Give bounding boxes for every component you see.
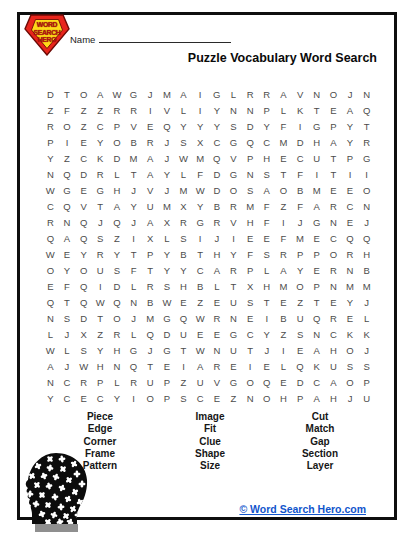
grid-cell-r11-c17: P	[308, 246, 325, 262]
grid-cell-r11-c4: R	[92, 246, 109, 262]
grid-cell-r16-c5: R	[109, 327, 126, 343]
grid-cell-r6-c10: F	[192, 166, 209, 182]
grid-cell-r16-c4: Z	[92, 327, 109, 343]
grid-cell-r3-c20: T	[358, 118, 375, 134]
grid-cell-r3-c2: O	[59, 118, 76, 134]
grid-cell-r8-c6: Y	[125, 198, 142, 214]
grid-cell-r12-c14: L	[258, 263, 275, 279]
grid-cell-r6-c15: T	[275, 166, 292, 182]
grid-cell-r20-c6: I	[125, 391, 142, 407]
grid-cell-r12-c8: Y	[159, 263, 176, 279]
grid-cell-r2-c10: I	[192, 102, 209, 118]
grid-cell-r6-c1: N	[42, 166, 59, 182]
grid-cell-r15-c12: N	[225, 311, 242, 327]
word-search-grid: DTOAWGJMAIGLRRAVNOJNZFZZRRIVLIYNNPLKTEAQ…	[42, 86, 375, 407]
grid-cell-r12-c11: A	[208, 263, 225, 279]
grid-cell-r9-c10: G	[192, 214, 209, 230]
grid-cell-r5-c1: Y	[42, 150, 59, 166]
grid-cell-r8-c16: F	[292, 198, 309, 214]
grid-cell-r14-c19: Y	[342, 295, 359, 311]
grid-cell-r12-c17: E	[308, 263, 325, 279]
logo-text: WORD SEARCH HERO	[26, 21, 68, 44]
grid-cell-r9-c6: J	[125, 214, 142, 230]
grid-cell-r19-c19: O	[342, 375, 359, 391]
grid-cell-r15-c14: I	[258, 311, 275, 327]
grid-cell-r11-c15: R	[275, 246, 292, 262]
grid-cell-r14-c18: E	[325, 295, 342, 311]
grid-cell-r1-c16: V	[292, 86, 309, 102]
word-list-column-2: ImageFitClueShapeSize	[155, 411, 265, 472]
grid-cell-r15-c20: L	[358, 311, 375, 327]
grid-cell-r15-c5: O	[109, 311, 126, 327]
grid-cell-r19-c12: G	[225, 375, 242, 391]
grid-cell-r18-c7: T	[142, 359, 159, 375]
grid-cell-r9-c14: F	[258, 214, 275, 230]
grid-cell-r18-c19: S	[342, 359, 359, 375]
grid-cell-r10-c12: I	[225, 230, 242, 246]
grid-cell-r17-c9: T	[175, 343, 192, 359]
grid-cell-r17-c10: W	[192, 343, 209, 359]
grid-cell-r12-c4: U	[92, 263, 109, 279]
grid-cell-r16-c19: K	[342, 327, 359, 343]
grid-cell-r1-c1: D	[42, 86, 59, 102]
grid-cell-r9-c7: A	[142, 214, 159, 230]
grid-cell-r12-c1: O	[42, 263, 59, 279]
grid-cell-r12-c15: A	[275, 263, 292, 279]
grid-cell-r11-c16: P	[292, 246, 309, 262]
grid-cell-r15-c6: J	[125, 311, 142, 327]
grid-cell-r3-c7: E	[142, 118, 159, 134]
grid-cell-r7-c3: E	[75, 182, 92, 198]
grid-cell-r7-c9: M	[175, 182, 192, 198]
grid-cell-r13-c3: Q	[75, 279, 92, 295]
grid-cell-r8-c20: N	[358, 198, 375, 214]
grid-cell-r16-c9: U	[175, 327, 192, 343]
grid-cell-r7-c8: J	[159, 182, 176, 198]
grid-cell-r6-c7: A	[142, 166, 159, 182]
grid-cell-r13-c13: X	[242, 279, 259, 295]
grid-cell-r3-c13: D	[242, 118, 259, 134]
grid-cell-r3-c14: Y	[258, 118, 275, 134]
grid-cell-r12-c7: T	[142, 263, 159, 279]
grid-cell-r16-c8: D	[159, 327, 176, 343]
grid-cell-r13-c1: E	[42, 279, 59, 295]
grid-cell-r4-c15: M	[275, 134, 292, 150]
grid-cell-r4-c11: C	[208, 134, 225, 150]
grid-cell-r9-c20: J	[358, 214, 375, 230]
grid-cell-r10-c17: E	[308, 230, 325, 246]
grid-cell-r17-c5: H	[109, 343, 126, 359]
grid-cell-r2-c7: I	[142, 102, 159, 118]
grid-cell-r15-c9: Q	[175, 311, 192, 327]
grid-cell-r4-c10: X	[192, 134, 209, 150]
grid-cell-r17-c14: J	[258, 343, 275, 359]
grid-cell-r13-c14: H	[258, 279, 275, 295]
grid-cell-r10-c20: Q	[358, 230, 375, 246]
grid-cell-r11-c19: R	[342, 246, 359, 262]
grid-cell-r10-c7: X	[142, 230, 159, 246]
grid-cell-r19-c3: R	[75, 375, 92, 391]
grid-cell-r14-c6: N	[125, 295, 142, 311]
grid-cell-r11-c1: W	[42, 246, 59, 262]
grid-cell-r10-c3: Q	[75, 230, 92, 246]
grid-cell-r11-c8: Y	[159, 246, 176, 262]
grid-cell-r12-c19: N	[342, 263, 359, 279]
grid-cell-r12-c5: S	[109, 263, 126, 279]
grid-cell-r11-c20: H	[358, 246, 375, 262]
grid-cell-r5-c6: M	[125, 150, 142, 166]
grid-cell-r10-c1: Q	[42, 230, 59, 246]
name-blank-line	[99, 33, 231, 43]
grid-cell-r3-c3: Z	[75, 118, 92, 134]
grid-cell-r5-c18: T	[325, 150, 342, 166]
grid-cell-r9-c16: J	[292, 214, 309, 230]
grid-cell-r20-c7: O	[142, 391, 159, 407]
grid-cell-r11-c11: H	[208, 246, 225, 262]
grid-cell-r7-c16: B	[292, 182, 309, 198]
grid-cell-r7-c1: W	[42, 182, 59, 198]
grid-cell-r7-c6: J	[125, 182, 142, 198]
grid-cell-r19-c10: U	[192, 375, 209, 391]
grid-cell-r5-c15: E	[275, 150, 292, 166]
grid-cell-r12-c13: P	[242, 263, 259, 279]
grid-cell-r6-c16: F	[292, 166, 309, 182]
grid-cell-r14-c10: Z	[192, 295, 209, 311]
grid-cell-r8-c13: M	[242, 198, 259, 214]
grid-cell-r16-c1: L	[42, 327, 59, 343]
grid-cell-r13-c11: L	[208, 279, 225, 295]
grid-cell-r2-c6: R	[125, 102, 142, 118]
grid-cell-r1-c5: W	[109, 86, 126, 102]
grid-cell-r19-c6: R	[125, 375, 142, 391]
grid-cell-r18-c8: E	[159, 359, 176, 375]
grid-cell-r2-c17: T	[308, 102, 325, 118]
grid-cell-r1-c19: J	[342, 86, 359, 102]
word-item: Corner	[45, 436, 155, 448]
credit-link[interactable]: © Word Search Hero.com	[239, 503, 366, 515]
word-item: Match	[265, 423, 375, 435]
grid-cell-r17-c17: A	[308, 343, 325, 359]
grid-cell-r5-c3: C	[75, 150, 92, 166]
grid-cell-r3-c17: G	[308, 118, 325, 134]
word-item: Gap	[265, 436, 375, 448]
grid-cell-r17-c15: I	[275, 343, 292, 359]
grid-cell-r10-c18: C	[325, 230, 342, 246]
grid-cell-r15-c19: E	[342, 311, 359, 327]
grid-cell-r4-c5: O	[109, 134, 126, 150]
grid-cell-r6-c3: D	[75, 166, 92, 182]
grid-cell-r12-c20: B	[358, 263, 375, 279]
grid-cell-r9-c11: R	[208, 214, 225, 230]
grid-cell-r12-c9: Y	[175, 263, 192, 279]
grid-cell-r7-c4: G	[92, 182, 109, 198]
grid-cell-r20-c11: E	[208, 391, 225, 407]
grid-cell-r14-c17: T	[308, 295, 325, 311]
grid-cell-r13-c7: R	[142, 279, 159, 295]
grid-cell-r20-c9: S	[175, 391, 192, 407]
grid-cell-r5-c7: A	[142, 150, 159, 166]
grid-cell-r17-c2: L	[59, 343, 76, 359]
grid-cell-r1-c7: J	[142, 86, 159, 102]
grid-cell-r15-c11: R	[208, 311, 225, 327]
grid-cell-r9-c8: X	[159, 214, 176, 230]
grid-cell-r10-c10: I	[192, 230, 209, 246]
grid-cell-r5-c12: V	[225, 150, 242, 166]
grid-cell-r11-c3: Y	[75, 246, 92, 262]
grid-cell-r4-c18: A	[325, 134, 342, 150]
grid-cell-r19-c5: L	[109, 375, 126, 391]
grid-cell-r2-c3: Z	[75, 102, 92, 118]
grid-cell-r8-c5: A	[109, 198, 126, 214]
grid-cell-r20-c5: Y	[109, 391, 126, 407]
grid-cell-r7-c11: D	[208, 182, 225, 198]
grid-cell-r19-c15: E	[275, 375, 292, 391]
grid-cell-r6-c5: L	[109, 166, 126, 182]
grid-cell-r1-c10: I	[192, 86, 209, 102]
grid-cell-r3-c10: Y	[192, 118, 209, 134]
grid-cell-r13-c4: I	[92, 279, 109, 295]
grid-cell-r18-c4: H	[92, 359, 109, 375]
grid-cell-r14-c1: Q	[42, 295, 59, 311]
grid-cell-r18-c10: A	[192, 359, 209, 375]
word-list-column-3: CutMatchGapSectionLayer	[265, 411, 375, 472]
grid-cell-r6-c8: Y	[159, 166, 176, 182]
grid-cell-r2-c18: E	[325, 102, 342, 118]
grid-cell-r14-c20: J	[358, 295, 375, 311]
grid-cell-r5-c16: C	[292, 150, 309, 166]
grid-cell-r18-c5: N	[109, 359, 126, 375]
grid-cell-r5-c9: W	[175, 150, 192, 166]
grid-cell-r11-c5: Y	[109, 246, 126, 262]
grid-cell-r10-c11: J	[208, 230, 225, 246]
grid-cell-r15-c18: R	[325, 311, 342, 327]
grid-cell-r16-c6: L	[125, 327, 142, 343]
grid-cell-r5-c10: M	[192, 150, 209, 166]
grid-cell-r16-c15: Z	[275, 327, 292, 343]
grid-cell-r4-c2: I	[59, 134, 76, 150]
grid-cell-r14-c11: E	[208, 295, 225, 311]
grid-cell-r12-c2: Y	[59, 263, 76, 279]
grid-cell-r6-c9: L	[175, 166, 192, 182]
grid-cell-r14-c12: U	[225, 295, 242, 311]
grid-cell-r17-c18: H	[325, 343, 342, 359]
grid-cell-r16-c12: G	[225, 327, 242, 343]
word-item: Piece	[45, 411, 155, 423]
grid-cell-r2-c19: A	[342, 102, 359, 118]
grid-cell-r10-c6: I	[125, 230, 142, 246]
grid-cell-r4-c16: D	[292, 134, 309, 150]
grid-cell-r7-c12: O	[225, 182, 242, 198]
grid-cell-r2-c16: K	[292, 102, 309, 118]
grid-cell-r18-c9: I	[175, 359, 192, 375]
grid-cell-r16-c18: C	[325, 327, 342, 343]
grid-cell-r15-c17: Q	[308, 311, 325, 327]
grid-cell-r16-c14: Y	[258, 327, 275, 343]
grid-cell-r2-c12: N	[225, 102, 242, 118]
grid-cell-r8-c7: U	[142, 198, 159, 214]
grid-cell-r4-c6: B	[125, 134, 142, 150]
grid-cell-r13-c8: S	[159, 279, 176, 295]
grid-cell-r2-c14: P	[258, 102, 275, 118]
grid-cell-r13-c5: D	[109, 279, 126, 295]
grid-cell-r19-c9: Z	[175, 375, 192, 391]
grid-cell-r1-c9: A	[175, 86, 192, 102]
grid-cell-r5-c5: D	[109, 150, 126, 166]
grid-cell-r11-c7: P	[142, 246, 159, 262]
grid-cell-r11-c2: E	[59, 246, 76, 262]
grid-cell-r6-c12: G	[225, 166, 242, 182]
grid-cell-r6-c11: D	[208, 166, 225, 182]
grid-cell-r7-c5: H	[109, 182, 126, 198]
grid-cell-r20-c8: P	[159, 391, 176, 407]
grid-cell-r7-c15: O	[275, 182, 292, 198]
grid-cell-r20-c20: U	[358, 391, 375, 407]
grid-cell-r4-c9: S	[175, 134, 192, 150]
grid-cell-r2-c13: N	[242, 102, 259, 118]
grid-cell-r20-c1: Y	[42, 391, 59, 407]
grid-cell-r9-c4: J	[92, 214, 109, 230]
grid-cell-r1-c11: G	[208, 86, 225, 102]
grid-cell-r1-c4: A	[92, 86, 109, 102]
grid-cell-r9-c13: H	[242, 214, 259, 230]
grid-cell-r16-c20: K	[358, 327, 375, 343]
grid-cell-r19-c17: C	[308, 375, 325, 391]
grid-cell-r6-c6: T	[125, 166, 142, 182]
grid-cell-r17-c11: N	[208, 343, 225, 359]
grid-cell-r4-c19: Y	[342, 134, 359, 150]
grid-cell-r16-c17: N	[308, 327, 325, 343]
grid-cell-r6-c2: Q	[59, 166, 76, 182]
grid-cell-r13-c20: M	[358, 279, 375, 295]
grid-cell-r13-c19: M	[342, 279, 359, 295]
grid-cell-r19-c2: C	[59, 375, 76, 391]
grid-cell-r17-c4: Y	[92, 343, 109, 359]
grid-cell-r1-c8: M	[159, 86, 176, 102]
grid-cell-r13-c18: N	[325, 279, 342, 295]
grid-cell-r7-c19: E	[342, 182, 359, 198]
grid-cell-r14-c15: E	[275, 295, 292, 311]
grid-cell-r8-c12: R	[225, 198, 242, 214]
grid-cell-r9-c15: I	[275, 214, 292, 230]
grid-cell-r16-c3: X	[75, 327, 92, 343]
grid-cell-r13-c15: M	[275, 279, 292, 295]
grid-cell-r17-c6: G	[125, 343, 142, 359]
grid-cell-r1-c20: N	[358, 86, 375, 102]
grid-cell-r3-c6: V	[125, 118, 142, 134]
grid-cell-r4-c8: J	[159, 134, 176, 150]
grid-cell-r6-c18: T	[325, 166, 342, 182]
grid-cell-r14-c14: T	[258, 295, 275, 311]
grid-cell-r20-c3: E	[75, 391, 92, 407]
grid-cell-r19-c8: P	[159, 375, 176, 391]
grid-cell-r3-c11: Y	[208, 118, 225, 134]
word-item: Shape	[155, 448, 265, 460]
grid-cell-r3-c9: Y	[175, 118, 192, 134]
grid-cell-r3-c18: P	[325, 118, 342, 134]
word-list: PieceEdgeCornerFramePatternImageFitClueS…	[45, 411, 375, 472]
grid-cell-r18-c20: S	[358, 359, 375, 375]
grid-cell-r10-c5: Z	[109, 230, 126, 246]
grid-cell-r13-c10: B	[192, 279, 209, 295]
grid-cell-r17-c20: J	[358, 343, 375, 359]
grid-cell-r7-c13: S	[242, 182, 259, 198]
grid-cell-r8-c15: Z	[275, 198, 292, 214]
grid-cell-r7-c7: V	[142, 182, 159, 198]
grid-cell-r9-c1: R	[42, 214, 59, 230]
grid-cell-r20-c15: H	[275, 391, 292, 407]
grid-cell-r8-c14: F	[258, 198, 275, 214]
grid-cell-r8-c4: T	[92, 198, 109, 214]
grid-cell-r14-c16: Z	[292, 295, 309, 311]
grid-cell-r4-c14: C	[258, 134, 275, 150]
grid-cell-r2-c20: Q	[358, 102, 375, 118]
grid-cell-r9-c2: N	[59, 214, 76, 230]
grid-cell-r4-c12: G	[225, 134, 242, 150]
grid-cell-r8-c8: M	[159, 198, 176, 214]
grid-cell-r18-c2: J	[59, 359, 76, 375]
word-item: Image	[155, 411, 265, 423]
grid-cell-r3-c12: S	[225, 118, 242, 134]
grid-cell-r18-c11: R	[208, 359, 225, 375]
word-item: Cut	[265, 411, 375, 423]
worksheet-page: WORD SEARCH HERO Name Puzzle Vocabulary …	[0, 0, 416, 539]
grid-cell-r15-c10: W	[192, 311, 209, 327]
grid-cell-r20-c2: C	[59, 391, 76, 407]
grid-cell-r10-c19: Q	[342, 230, 359, 246]
grid-cell-r11-c12: Y	[225, 246, 242, 262]
grid-cell-r4-c1: P	[42, 134, 59, 150]
grid-cell-r1-c17: N	[308, 86, 325, 102]
grid-cell-r12-c18: R	[325, 263, 342, 279]
grid-cell-r14-c7: B	[142, 295, 159, 311]
grid-cell-r9-c12: V	[225, 214, 242, 230]
grid-cell-r15-c3: D	[75, 311, 92, 327]
grid-cell-r16-c11: E	[208, 327, 225, 343]
grid-cell-r3-c19: Y	[342, 118, 359, 134]
grid-cell-r10-c13: E	[242, 230, 259, 246]
grid-cell-r4-c20: R	[358, 134, 375, 150]
grid-cell-r16-c7: Q	[142, 327, 159, 343]
grid-cell-r11-c13: F	[242, 246, 259, 262]
grid-cell-r5-c20: G	[358, 150, 375, 166]
grid-cell-r10-c14: E	[258, 230, 275, 246]
grid-cell-r6-c17: I	[308, 166, 325, 182]
grid-cell-r14-c3: Q	[75, 295, 92, 311]
grid-cell-r20-c16: P	[292, 391, 309, 407]
grid-cell-r17-c13: T	[242, 343, 259, 359]
grid-cell-r18-c12: E	[225, 359, 242, 375]
grid-cell-r19-c4: P	[92, 375, 109, 391]
grid-cell-r20-c10: C	[192, 391, 209, 407]
grid-cell-r8-c10: Y	[192, 198, 209, 214]
grid-cell-r2-c15: L	[275, 102, 292, 118]
grid-cell-r5-c2: Z	[59, 150, 76, 166]
grid-cell-r20-c17: A	[308, 391, 325, 407]
grid-cell-r12-c6: F	[125, 263, 142, 279]
grid-cell-r2-c8: V	[159, 102, 176, 118]
grid-cell-r5-c4: K	[92, 150, 109, 166]
grid-cell-r1-c13: R	[242, 86, 259, 102]
grid-cell-r17-c7: J	[142, 343, 159, 359]
grid-cell-r13-c9: H	[175, 279, 192, 295]
grid-cell-r2-c11: Y	[208, 102, 225, 118]
grid-cell-r18-c16: Q	[292, 359, 309, 375]
word-item: Fit	[155, 423, 265, 435]
grid-cell-r8-c9: X	[175, 198, 192, 214]
logo-line-3: HERO	[26, 36, 68, 44]
grid-cell-r18-c17: K	[308, 359, 325, 375]
grid-cell-r7-c18: E	[325, 182, 342, 198]
